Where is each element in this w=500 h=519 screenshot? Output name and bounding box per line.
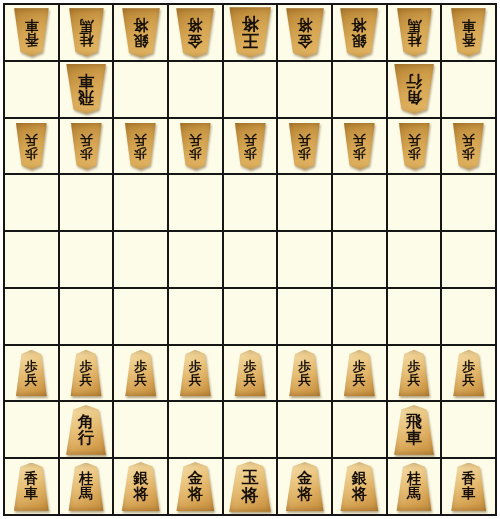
piece-kanji: 銀: [133, 32, 148, 47]
shogi-piece-pawn[interactable]: 歩兵: [169, 346, 222, 401]
piece-body-gote: 香車: [450, 8, 487, 56]
board-cell[interactable]: 桂馬: [388, 5, 441, 60]
board-cell[interactable]: 歩兵: [333, 119, 386, 174]
board-cell[interactable]: [224, 402, 277, 457]
board-cell[interactable]: [169, 289, 222, 344]
piece-kanji: 歩: [243, 146, 256, 159]
board-cell[interactable]: [224, 289, 277, 344]
shogi-piece-pawn[interactable]: 歩兵: [442, 346, 495, 401]
piece-kanji: 兵: [134, 373, 147, 386]
shogi-piece-knight[interactable]: 桂馬: [60, 5, 113, 60]
piece-body-gote: 歩兵: [343, 123, 376, 170]
board-cell[interactable]: 歩兵: [442, 119, 495, 174]
piece-kanji: 桂: [79, 472, 93, 486]
piece-kanji: 歩: [79, 360, 92, 373]
shogi-board: 香車桂馬銀将金将王将金将銀将桂馬香車飛車角行歩兵歩兵歩兵歩兵歩兵歩兵歩兵歩兵歩兵…: [3, 3, 497, 516]
shogi-piece-king-gote[interactable]: 王将: [224, 5, 277, 60]
piece-kanji: 将: [133, 17, 148, 32]
piece-body-gote: 歩兵: [288, 123, 321, 170]
piece-kanji: 兵: [353, 133, 366, 146]
board-cell[interactable]: [60, 175, 113, 230]
shogi-piece-pawn[interactable]: 歩兵: [388, 119, 441, 174]
piece-kanji: 銀: [133, 471, 148, 486]
piece-kanji: 桂: [407, 472, 421, 486]
piece-body-gote: 金将: [175, 8, 215, 57]
piece-kanji: 金: [188, 32, 203, 47]
piece-kanji: 将: [297, 17, 312, 32]
board-cell[interactable]: 銀将: [114, 459, 167, 514]
board-cell[interactable]: [60, 232, 113, 287]
piece-kanji: 歩: [353, 146, 366, 159]
shogi-piece-bishop[interactable]: 角行: [60, 402, 113, 457]
piece-kanji: 桂: [407, 32, 421, 46]
shogi-piece-pawn[interactable]: 歩兵: [388, 346, 441, 401]
piece-body-gote: 歩兵: [124, 123, 157, 170]
piece-kanji: 金: [297, 32, 312, 47]
piece-body-sente: 金将: [175, 462, 215, 511]
piece-body-gote: 歩兵: [179, 123, 212, 170]
board-cell[interactable]: 玉将: [224, 459, 277, 514]
piece-body-sente: 歩兵: [343, 350, 376, 397]
piece-kanji: 兵: [189, 133, 202, 146]
board-cell[interactable]: [278, 232, 331, 287]
shogi-piece-knight[interactable]: 桂馬: [388, 5, 441, 60]
board-cell[interactable]: [169, 175, 222, 230]
board-cell[interactable]: 歩兵: [60, 346, 113, 401]
piece-kanji: 歩: [407, 146, 420, 159]
board-cell[interactable]: [5, 232, 58, 287]
board-cell[interactable]: 歩兵: [388, 346, 441, 401]
board-cell[interactable]: 桂馬: [60, 459, 113, 514]
piece-kanji: 兵: [25, 373, 38, 386]
shogi-piece-bishop[interactable]: 角行: [388, 62, 441, 117]
board-cell[interactable]: 金将: [169, 5, 222, 60]
piece-kanji: 歩: [134, 146, 147, 159]
board-cell[interactable]: 歩兵: [169, 119, 222, 174]
piece-kanji: 歩: [189, 360, 202, 373]
piece-kanji: 香: [24, 472, 38, 486]
piece-kanji: 将: [242, 15, 259, 32]
shogi-piece-pawn[interactable]: 歩兵: [442, 119, 495, 174]
piece-body-sente: 桂馬: [396, 463, 433, 511]
board-cell[interactable]: [224, 232, 277, 287]
piece-body-sente: 金将: [285, 462, 325, 511]
piece-kanji: 兵: [407, 133, 420, 146]
shogi-piece-pawn[interactable]: 歩兵: [60, 119, 113, 174]
board-cell[interactable]: [224, 175, 277, 230]
board-cell[interactable]: 桂馬: [388, 459, 441, 514]
piece-kanji: 車: [406, 430, 422, 446]
shogi-piece-knight[interactable]: 桂馬: [388, 459, 441, 514]
piece-kanji: 歩: [353, 360, 366, 373]
board-cell[interactable]: 香車: [442, 459, 495, 514]
board-cell[interactable]: [169, 232, 222, 287]
board-cell[interactable]: [388, 175, 441, 230]
piece-body-sente: 桂馬: [68, 463, 105, 511]
board-cell[interactable]: 香車: [442, 5, 495, 60]
piece-kanji: 王: [242, 32, 259, 49]
piece-body-sente: 角行: [65, 405, 107, 455]
piece-kanji: 馬: [79, 487, 93, 501]
shogi-piece-lance[interactable]: 香車: [442, 5, 495, 60]
board-cell[interactable]: [114, 289, 167, 344]
piece-kanji: 兵: [353, 373, 366, 386]
board-cell[interactable]: [333, 289, 386, 344]
piece-kanji: 歩: [189, 146, 202, 159]
piece-kanji: 金: [188, 471, 203, 486]
board-cell[interactable]: [5, 62, 58, 117]
piece-body-gote: 角行: [393, 64, 435, 114]
piece-kanji: 将: [133, 487, 148, 502]
piece-body-gote: 桂馬: [68, 8, 105, 56]
board-cell[interactable]: [278, 175, 331, 230]
piece-body-gote: 歩兵: [70, 123, 103, 170]
board-cell[interactable]: [333, 232, 386, 287]
board-cell[interactable]: [114, 232, 167, 287]
piece-kanji: 歩: [134, 360, 147, 373]
shogi-piece-lance[interactable]: 香車: [5, 5, 58, 60]
piece-body-sente: 香車: [13, 463, 50, 511]
shogi-piece-silver-general[interactable]: 銀将: [114, 459, 167, 514]
piece-body-gote: 香車: [13, 8, 50, 56]
shogi-piece-pawn[interactable]: 歩兵: [5, 346, 58, 401]
piece-kanji: 歩: [25, 360, 38, 373]
piece-kanji: 将: [241, 487, 258, 504]
shogi-piece-gold-general[interactable]: 金将: [169, 459, 222, 514]
board-frame: 香車桂馬銀将金将王将金将銀将桂馬香車飛車角行歩兵歩兵歩兵歩兵歩兵歩兵歩兵歩兵歩兵…: [0, 0, 500, 519]
piece-kanji: 兵: [79, 373, 92, 386]
board-cell[interactable]: 歩兵: [60, 119, 113, 174]
shogi-piece-silver-general[interactable]: 銀将: [114, 5, 167, 60]
piece-kanji: 将: [188, 17, 203, 32]
board-cell[interactable]: [442, 232, 495, 287]
piece-kanji: 歩: [462, 146, 475, 159]
shogi-piece-silver-general[interactable]: 銀将: [333, 5, 386, 60]
board-cell[interactable]: [5, 289, 58, 344]
shogi-piece-pawn[interactable]: 歩兵: [224, 346, 277, 401]
piece-kanji: 車: [78, 73, 94, 89]
board-cell[interactable]: [169, 62, 222, 117]
board-cell[interactable]: 金将: [278, 459, 331, 514]
piece-body-gote: 王将: [228, 7, 272, 57]
board-cell[interactable]: 角行: [60, 402, 113, 457]
board-cell[interactable]: 角行: [388, 62, 441, 117]
shogi-piece-gold-general[interactable]: 金将: [278, 5, 331, 60]
piece-kanji: 兵: [243, 373, 256, 386]
shogi-piece-pawn[interactable]: 歩兵: [5, 119, 58, 174]
piece-kanji: 兵: [407, 373, 420, 386]
piece-body-gote: 金将: [285, 8, 325, 57]
piece-body-sente: 飛車: [393, 405, 435, 455]
board-cell[interactable]: [5, 402, 58, 457]
piece-kanji: 兵: [298, 373, 311, 386]
piece-body-sente: 銀将: [339, 462, 379, 511]
shogi-piece-gold-general[interactable]: 金将: [278, 459, 331, 514]
shogi-piece-lance[interactable]: 香車: [5, 459, 58, 514]
piece-body-gote: 歩兵: [398, 123, 431, 170]
board-cell[interactable]: 飛車: [60, 62, 113, 117]
piece-kanji: 香: [462, 32, 476, 46]
shogi-piece-pawn[interactable]: 歩兵: [114, 346, 167, 401]
board-cell[interactable]: 歩兵: [388, 119, 441, 174]
board-cell[interactable]: 香車: [5, 459, 58, 514]
board-cell[interactable]: [278, 402, 331, 457]
board-cell[interactable]: [114, 62, 167, 117]
board-cell[interactable]: 金将: [169, 459, 222, 514]
piece-kanji: 車: [462, 487, 476, 501]
board-cell[interactable]: [114, 402, 167, 457]
shogi-piece-rook[interactable]: 飛車: [60, 62, 113, 117]
piece-body-sente: 香車: [450, 463, 487, 511]
board-cell[interactable]: 銀将: [114, 5, 167, 60]
board-cell[interactable]: 歩兵: [169, 346, 222, 401]
piece-body-sente: 歩兵: [398, 350, 431, 397]
piece-kanji: 歩: [243, 360, 256, 373]
board-cell[interactable]: 歩兵: [114, 346, 167, 401]
board-cell[interactable]: [442, 175, 495, 230]
shogi-piece-pawn[interactable]: 歩兵: [333, 119, 386, 174]
board-cell[interactable]: 歩兵: [442, 346, 495, 401]
board-cell[interactable]: 歩兵: [224, 346, 277, 401]
board-cell[interactable]: 歩兵: [5, 346, 58, 401]
piece-body-sente: 玉将: [228, 461, 272, 511]
piece-body-sente: 歩兵: [179, 350, 212, 397]
piece-kanji: 馬: [407, 487, 421, 501]
piece-kanji: 香: [462, 472, 476, 486]
board-cell[interactable]: [442, 289, 495, 344]
piece-body-sente: 歩兵: [452, 350, 485, 397]
board-cell[interactable]: 銀将: [333, 5, 386, 60]
piece-body-gote: 歩兵: [15, 123, 48, 170]
board-cell[interactable]: [5, 175, 58, 230]
shogi-piece-rook[interactable]: 飛車: [388, 402, 441, 457]
piece-kanji: 玉: [241, 469, 258, 486]
piece-kanji: 兵: [25, 133, 38, 146]
piece-kanji: 行: [406, 73, 422, 89]
board-cell[interactable]: 桂馬: [60, 5, 113, 60]
board-cell[interactable]: 王将: [224, 5, 277, 60]
board-cell[interactable]: [278, 62, 331, 117]
shogi-piece-pawn[interactable]: 歩兵: [278, 119, 331, 174]
piece-kanji: 行: [78, 430, 94, 446]
board-cell[interactable]: 歩兵: [114, 119, 167, 174]
shogi-piece-knight[interactable]: 桂馬: [60, 459, 113, 514]
shogi-piece-pawn[interactable]: 歩兵: [114, 119, 167, 174]
piece-body-gote: 飛車: [65, 64, 107, 114]
board-cell[interactable]: 飛車: [388, 402, 441, 457]
shogi-piece-pawn[interactable]: 歩兵: [333, 346, 386, 401]
piece-kanji: 馬: [407, 18, 421, 32]
board-cell[interactable]: 歩兵: [278, 119, 331, 174]
board-cell[interactable]: [442, 402, 495, 457]
piece-body-gote: 銀将: [339, 8, 379, 57]
board-cell[interactable]: 歩兵: [5, 119, 58, 174]
piece-kanji: 将: [352, 487, 367, 502]
shogi-piece-pawn[interactable]: 歩兵: [169, 119, 222, 174]
piece-kanji: 兵: [243, 133, 256, 146]
piece-kanji: 兵: [79, 133, 92, 146]
piece-kanji: 銀: [352, 471, 367, 486]
board-cell[interactable]: 銀将: [333, 459, 386, 514]
piece-body-gote: 銀将: [121, 8, 161, 57]
piece-kanji: 角: [406, 89, 422, 105]
piece-body-gote: 歩兵: [452, 123, 485, 170]
board-cell[interactable]: [442, 62, 495, 117]
piece-body-gote: 桂馬: [396, 8, 433, 56]
piece-kanji: 兵: [462, 373, 475, 386]
shogi-piece-king-sente[interactable]: 玉将: [224, 459, 277, 514]
board-cell[interactable]: [114, 175, 167, 230]
piece-kanji: 将: [297, 487, 312, 502]
board-cell[interactable]: [224, 62, 277, 117]
board-cell[interactable]: [333, 402, 386, 457]
piece-kanji: 銀: [352, 32, 367, 47]
shogi-piece-lance[interactable]: 香車: [442, 459, 495, 514]
board-cell[interactable]: 金将: [278, 5, 331, 60]
piece-kanji: 桂: [79, 32, 93, 46]
piece-kanji: 車: [462, 18, 476, 32]
piece-kanji: 飛: [406, 414, 422, 430]
piece-kanji: 車: [24, 487, 38, 501]
piece-kanji: 兵: [189, 373, 202, 386]
piece-kanji: 兵: [298, 133, 311, 146]
piece-kanji: 将: [352, 17, 367, 32]
piece-kanji: 兵: [462, 133, 475, 146]
board-cell[interactable]: [278, 289, 331, 344]
board-cell[interactable]: [388, 232, 441, 287]
piece-body-sente: 歩兵: [234, 350, 267, 397]
piece-body-sente: 銀将: [121, 462, 161, 511]
board-cell[interactable]: [388, 289, 441, 344]
piece-kanji: 馬: [79, 18, 93, 32]
piece-kanji: 歩: [407, 360, 420, 373]
piece-kanji: 車: [24, 18, 38, 32]
board-cell[interactable]: 歩兵: [224, 119, 277, 174]
board-cell[interactable]: 歩兵: [278, 346, 331, 401]
piece-kanji: 将: [188, 487, 203, 502]
piece-kanji: 兵: [134, 133, 147, 146]
board-cell[interactable]: [333, 62, 386, 117]
piece-body-sente: 歩兵: [70, 350, 103, 397]
board-cell[interactable]: [169, 402, 222, 457]
piece-kanji: 歩: [79, 146, 92, 159]
piece-kanji: 歩: [462, 360, 475, 373]
shogi-piece-pawn[interactable]: 歩兵: [224, 119, 277, 174]
piece-kanji: 歩: [25, 146, 38, 159]
shogi-piece-pawn[interactable]: 歩兵: [60, 346, 113, 401]
shogi-piece-silver-general[interactable]: 銀将: [333, 459, 386, 514]
piece-kanji: 金: [297, 471, 312, 486]
piece-kanji: 歩: [298, 146, 311, 159]
piece-body-gote: 歩兵: [234, 123, 267, 170]
piece-kanji: 香: [24, 32, 38, 46]
piece-body-sente: 歩兵: [288, 350, 321, 397]
piece-kanji: 飛: [78, 89, 94, 105]
piece-kanji: 角: [78, 414, 94, 430]
piece-body-sente: 歩兵: [15, 350, 48, 397]
board-cell[interactable]: 歩兵: [333, 346, 386, 401]
board-cell[interactable]: [333, 175, 386, 230]
board-cell[interactable]: 香車: [5, 5, 58, 60]
piece-kanji: 歩: [298, 360, 311, 373]
shogi-piece-gold-general[interactable]: 金将: [169, 5, 222, 60]
piece-body-sente: 歩兵: [124, 350, 157, 397]
board-cell[interactable]: [60, 289, 113, 344]
shogi-piece-pawn[interactable]: 歩兵: [278, 346, 331, 401]
